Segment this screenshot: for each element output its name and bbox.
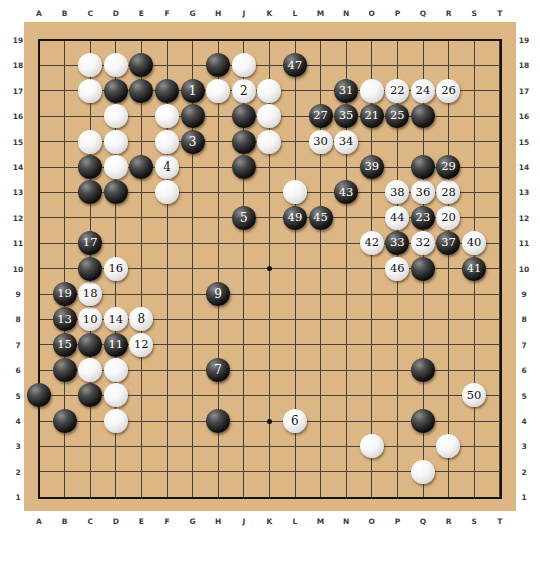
col-label-top: E	[139, 9, 144, 18]
move-number: 37	[441, 237, 456, 249]
black-stone-C7	[78, 333, 102, 357]
row-label-left: 8	[15, 315, 20, 324]
move-number: 42	[364, 237, 379, 249]
white-stone-F15	[155, 130, 179, 154]
col-label-bottom: K	[266, 517, 272, 526]
black-stone-C14	[78, 155, 102, 179]
black-stone-D13	[104, 180, 128, 204]
black-stone-N16: 35	[334, 104, 358, 128]
black-stone-J12: 5	[232, 206, 256, 230]
black-stone-L12: 49	[283, 206, 307, 230]
go-diagram-page: AABBCCDDEEFFGGHHJJKKLLMMNNOOPPQQRRSSTT19…	[0, 0, 540, 578]
col-label-top: S	[471, 9, 476, 18]
white-stone-J18	[232, 53, 256, 77]
move-number: 27	[313, 110, 328, 122]
move-number: 38	[390, 187, 405, 199]
move-number: 5	[240, 212, 248, 224]
white-stone-P10: 46	[385, 257, 409, 281]
row-label-right: 8	[521, 315, 526, 324]
white-stone-L4: 6	[283, 409, 307, 433]
row-label-left: 3	[15, 442, 20, 451]
black-stone-Q14	[411, 155, 435, 179]
move-number: 22	[390, 85, 405, 97]
black-stone-J14	[232, 155, 256, 179]
col-label-bottom: A	[36, 517, 42, 526]
white-stone-R17: 26	[436, 79, 460, 103]
black-stone-M16: 27	[309, 104, 333, 128]
white-stone-D14	[104, 155, 128, 179]
move-number: 3	[189, 136, 197, 148]
col-label-bottom: H	[215, 517, 221, 526]
col-label-bottom: S	[471, 517, 476, 526]
black-stone-H6: 7	[206, 358, 230, 382]
col-label-top: H	[215, 9, 221, 18]
white-stone-R12: 20	[436, 206, 460, 230]
row-label-left: 13	[13, 188, 23, 197]
move-number: 23	[416, 212, 431, 224]
black-stone-Q10	[411, 257, 435, 281]
white-stone-K16	[257, 104, 281, 128]
white-stone-D10: 16	[104, 257, 128, 281]
col-label-top: O	[369, 9, 375, 18]
col-label-top: C	[87, 9, 93, 18]
row-label-right: 10	[519, 264, 529, 273]
move-number: 2	[240, 85, 248, 97]
row-label-right: 19	[519, 36, 529, 45]
black-stone-C13	[78, 180, 102, 204]
move-number: 24	[416, 85, 431, 97]
black-stone-B8: 13	[53, 307, 77, 331]
row-label-left: 19	[13, 36, 23, 45]
black-stone-H4	[206, 409, 230, 433]
col-label-top: F	[164, 9, 169, 18]
white-stone-E7: 12	[129, 333, 153, 357]
move-number: 35	[339, 110, 354, 122]
row-label-left: 10	[13, 264, 23, 273]
col-label-bottom: P	[395, 517, 401, 526]
row-label-left: 4	[15, 417, 20, 426]
black-stone-J15	[232, 130, 256, 154]
move-number: 9	[214, 288, 222, 300]
white-stone-O17	[360, 79, 384, 103]
row-label-right: 11	[519, 239, 529, 248]
black-stone-H9: 9	[206, 282, 230, 306]
row-label-left: 17	[13, 86, 23, 95]
row-label-left: 15	[13, 137, 23, 146]
col-label-top: A	[36, 9, 42, 18]
col-label-top: T	[497, 9, 502, 18]
black-stone-R11: 37	[436, 231, 460, 255]
col-label-bottom: J	[242, 517, 245, 526]
col-label-bottom: T	[497, 517, 502, 526]
row-label-right: 15	[519, 137, 529, 146]
white-stone-C18	[78, 53, 102, 77]
col-label-bottom: G	[190, 517, 196, 526]
black-stone-O14: 39	[360, 155, 384, 179]
col-label-bottom: F	[164, 517, 169, 526]
row-label-right: 17	[519, 86, 529, 95]
white-stone-D5	[104, 383, 128, 407]
move-number: 1	[189, 85, 197, 97]
col-label-top: M	[317, 9, 324, 18]
move-number: 12	[134, 339, 149, 351]
white-stone-S11: 40	[462, 231, 486, 255]
move-number: 50	[467, 390, 482, 402]
black-stone-P11: 33	[385, 231, 409, 255]
black-stone-D7: 11	[104, 333, 128, 357]
white-stone-Q2	[411, 460, 435, 484]
row-label-right: 9	[521, 290, 526, 299]
move-number: 19	[57, 288, 72, 300]
col-label-bottom: D	[113, 517, 119, 526]
black-stone-C11: 17	[78, 231, 102, 255]
move-number: 26	[441, 85, 456, 97]
white-stone-D4	[104, 409, 128, 433]
move-number: 46	[390, 263, 405, 275]
row-label-left: 18	[13, 61, 23, 70]
white-stone-D8: 14	[104, 307, 128, 331]
row-label-right: 7	[521, 340, 526, 349]
move-number: 10	[83, 314, 98, 326]
black-stone-P16: 25	[385, 104, 409, 128]
white-stone-K15	[257, 130, 281, 154]
white-stone-D6	[104, 358, 128, 382]
move-number: 4	[163, 161, 171, 173]
white-stone-O11: 42	[360, 231, 384, 255]
white-stone-R3	[436, 434, 460, 458]
black-stone-A5	[27, 383, 51, 407]
row-label-left: 1	[15, 493, 20, 502]
move-number: 7	[214, 364, 222, 376]
col-label-bottom: E	[139, 517, 144, 526]
col-label-top: L	[293, 9, 298, 18]
white-stone-F14: 4	[155, 155, 179, 179]
col-label-bottom: M	[317, 517, 324, 526]
white-stone-O3	[360, 434, 384, 458]
black-stone-F17	[155, 79, 179, 103]
black-stone-E17	[129, 79, 153, 103]
row-label-right: 13	[519, 188, 529, 197]
move-number: 32	[416, 237, 431, 249]
black-stone-C5	[78, 383, 102, 407]
white-stone-E8: 8	[129, 307, 153, 331]
col-label-top: P	[395, 9, 401, 18]
black-stone-R14: 29	[436, 155, 460, 179]
col-label-top: R	[446, 9, 452, 18]
move-number: 15	[57, 339, 72, 351]
row-label-right: 14	[519, 163, 529, 172]
col-label-top: Q	[420, 9, 426, 18]
white-stone-D16	[104, 104, 128, 128]
col-label-bottom: L	[293, 517, 298, 526]
move-number: 43	[339, 187, 354, 199]
move-number: 30	[313, 136, 328, 148]
row-label-right: 4	[521, 417, 526, 426]
black-stone-N13: 43	[334, 180, 358, 204]
black-stone-D17	[104, 79, 128, 103]
move-number: 47	[288, 60, 303, 72]
row-label-right: 2	[521, 467, 526, 476]
row-label-left: 9	[15, 290, 20, 299]
white-stone-C9: 18	[78, 282, 102, 306]
row-label-left: 6	[15, 366, 20, 375]
white-stone-D15	[104, 130, 128, 154]
move-number: 40	[467, 237, 482, 249]
row-label-right: 6	[521, 366, 526, 375]
row-label-left: 16	[13, 112, 23, 121]
black-stone-H18	[206, 53, 230, 77]
black-stone-B4	[53, 409, 77, 433]
white-stone-F16	[155, 104, 179, 128]
white-stone-C17	[78, 79, 102, 103]
row-label-right: 1	[521, 493, 526, 502]
move-number: 21	[364, 110, 379, 122]
row-label-left: 7	[15, 340, 20, 349]
black-stone-Q4	[411, 409, 435, 433]
white-stone-D18	[104, 53, 128, 77]
move-number: 44	[390, 212, 405, 224]
row-label-right: 18	[519, 61, 529, 70]
row-label-right: 16	[519, 112, 529, 121]
col-label-bottom: Q	[420, 517, 426, 526]
move-number: 31	[339, 85, 354, 97]
black-stone-B6	[53, 358, 77, 382]
move-number: 11	[108, 339, 123, 351]
white-stone-Q13: 36	[411, 180, 435, 204]
white-stone-P17: 22	[385, 79, 409, 103]
white-stone-F13	[155, 180, 179, 204]
row-label-right: 12	[519, 213, 529, 222]
white-stone-C6	[78, 358, 102, 382]
move-number: 8	[138, 313, 146, 325]
black-stone-Q6	[411, 358, 435, 382]
col-label-top: B	[62, 9, 68, 18]
white-stone-C8: 10	[78, 307, 102, 331]
white-stone-C15	[78, 130, 102, 154]
black-stone-L18: 47	[283, 53, 307, 77]
black-stone-C10	[78, 257, 102, 281]
move-number: 20	[441, 212, 456, 224]
move-number: 29	[441, 161, 456, 173]
black-stone-O16: 21	[360, 104, 384, 128]
black-stone-N17: 31	[334, 79, 358, 103]
row-label-left: 14	[13, 163, 23, 172]
move-number: 16	[108, 263, 123, 275]
black-stone-B7: 15	[53, 333, 77, 357]
white-stone-P12: 44	[385, 206, 409, 230]
move-number: 36	[416, 187, 431, 199]
col-label-top: J	[242, 9, 245, 18]
white-stone-P13: 38	[385, 180, 409, 204]
black-stone-J16	[232, 104, 256, 128]
move-number: 34	[339, 136, 354, 148]
white-stone-S5: 50	[462, 383, 486, 407]
white-stone-J17: 2	[232, 79, 256, 103]
move-number: 45	[313, 212, 328, 224]
black-stone-E14	[129, 155, 153, 179]
black-stone-G16	[181, 104, 205, 128]
row-label-left: 5	[15, 391, 20, 400]
col-label-bottom: B	[62, 517, 68, 526]
white-stone-K17	[257, 79, 281, 103]
col-label-top: K	[266, 9, 272, 18]
col-label-bottom: O	[369, 517, 375, 526]
stone-grid: 1234567891011121314151617181920212223242…	[26, 27, 512, 509]
white-stone-Q11: 32	[411, 231, 435, 255]
white-stone-Q17: 24	[411, 79, 435, 103]
move-number: 49	[288, 212, 303, 224]
white-stone-L13	[283, 180, 307, 204]
col-label-top: G	[190, 9, 196, 18]
black-stone-Q12: 23	[411, 206, 435, 230]
white-stone-N15: 34	[334, 130, 358, 154]
white-stone-M15: 30	[309, 130, 333, 154]
row-label-left: 12	[13, 213, 23, 222]
move-caption: 48 Q11	[0, 530, 540, 578]
row-label-left: 2	[15, 467, 20, 476]
col-label-bottom: C	[87, 517, 93, 526]
move-number: 28	[441, 187, 456, 199]
col-label-bottom: N	[343, 517, 349, 526]
black-stone-S10: 41	[462, 257, 486, 281]
black-stone-E18	[129, 53, 153, 77]
row-label-right: 5	[521, 391, 526, 400]
col-label-bottom: R	[446, 517, 452, 526]
white-stone-R13: 28	[436, 180, 460, 204]
black-stone-G15: 3	[181, 130, 205, 154]
move-number: 25	[390, 110, 405, 122]
move-number: 39	[364, 161, 379, 173]
move-number: 18	[83, 288, 98, 300]
move-number: 6	[291, 415, 299, 427]
move-number: 33	[390, 237, 405, 249]
move-number: 13	[57, 314, 72, 326]
move-number: 41	[467, 263, 482, 275]
white-stone-H17	[206, 79, 230, 103]
black-stone-G17: 1	[181, 79, 205, 103]
row-label-left: 11	[13, 239, 23, 248]
col-label-top: D	[113, 9, 119, 18]
black-stone-B9: 19	[53, 282, 77, 306]
col-label-top: N	[343, 9, 349, 18]
move-number: 17	[83, 237, 98, 249]
black-stone-M12: 45	[309, 206, 333, 230]
row-label-right: 3	[521, 442, 526, 451]
move-number: 14	[108, 314, 123, 326]
black-stone-Q16	[411, 104, 435, 128]
